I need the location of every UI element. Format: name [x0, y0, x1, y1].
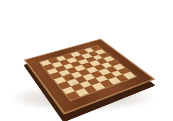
square[interactable]: ♜	[66, 91, 80, 100]
photo-scene: ♜♟♟♜♞♟♟♞♝♟♟♝♛♟♟♛♚♟♟♚♝♟♟♝♞♟♟♞♜♟♟♜	[0, 0, 173, 121]
chessboard[interactable]: ♜♟♟♜♞♟♟♞♝♟♟♝♛♟♟♛♚♟♟♚♝♟♟♝♞♟♟♞♜♟♟♜	[23, 38, 154, 114]
board-grid[interactable]: ♜♟♟♜♞♟♟♞♝♟♟♝♛♟♟♛♚♟♟♚♝♟♟♝♞♟♟♞♜♟♟♜	[40, 45, 136, 99]
board-frame: ♜♟♟♜♞♟♟♞♝♟♟♝♛♟♟♛♚♟♟♚♝♟♟♝♞♟♟♞♜♟♟♜	[23, 38, 154, 114]
